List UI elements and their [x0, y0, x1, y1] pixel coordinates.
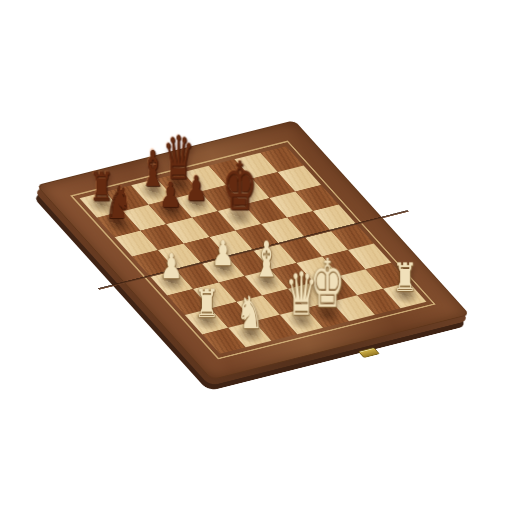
piece-black-knight-a7[interactable]: ♞	[101, 151, 136, 224]
piece-white-rook-a2[interactable]: ♜	[189, 250, 224, 321]
chess-board: ♜♝♛♞♟♟♚♟♟♝♜♞♛♚♜	[36, 120, 470, 380]
piece-black-pawn-c7[interactable]: ♟	[152, 140, 189, 211]
piece-white-pawn-a4[interactable]: ♟	[153, 211, 190, 282]
board-grid: ♜♝♛♞♟♟♚♟♟♝♜♞♛♚♜	[80, 146, 427, 354]
product-photo-stage: ♜♝♛♞♟♟♚♟♟♝♜♞♛♚♜	[0, 0, 520, 520]
piece-white-knight-b1[interactable]: ♞	[232, 261, 267, 334]
piece-white-queen-d1[interactable]: ♛	[284, 241, 318, 322]
piece-white-rook-h1[interactable]: ♜	[387, 224, 422, 295]
